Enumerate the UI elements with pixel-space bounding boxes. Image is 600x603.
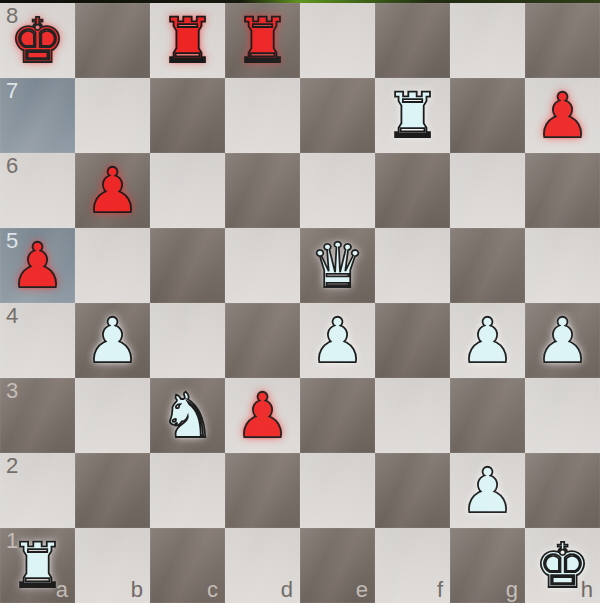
piece-white-knight[interactable]: ♞ <box>150 378 225 453</box>
square-c7[interactable] <box>150 78 225 153</box>
square-f3[interactable] <box>375 378 450 453</box>
square-e6[interactable] <box>300 153 375 228</box>
file-label-c: c <box>207 577 218 603</box>
square-d1[interactable]: d <box>225 528 300 603</box>
square-e7[interactable] <box>300 78 375 153</box>
square-a6[interactable]: 6 <box>0 153 75 228</box>
square-a3[interactable]: 3 <box>0 378 75 453</box>
square-e4[interactable]: ♟ <box>300 303 375 378</box>
square-d2[interactable] <box>225 453 300 528</box>
square-d3[interactable]: ♟ <box>225 378 300 453</box>
square-g2[interactable]: ♟ <box>450 453 525 528</box>
square-f1[interactable]: f <box>375 528 450 603</box>
square-b7[interactable] <box>75 78 150 153</box>
square-f2[interactable] <box>375 453 450 528</box>
square-g1[interactable]: g <box>450 528 525 603</box>
square-b6[interactable]: ♟ <box>75 153 150 228</box>
piece-red-pawn[interactable]: ♟ <box>75 153 150 228</box>
file-label-a: a <box>56 577 68 603</box>
square-a4[interactable]: 4 <box>0 303 75 378</box>
piece-white-pawn[interactable]: ♟ <box>300 303 375 378</box>
square-g5[interactable] <box>450 228 525 303</box>
rank-label-7: 7 <box>6 78 18 104</box>
square-g4[interactable]: ♟ <box>450 303 525 378</box>
square-a5[interactable]: 5♟ <box>0 228 75 303</box>
piece-red-pawn[interactable]: ♟ <box>225 378 300 453</box>
square-h5[interactable] <box>525 228 600 303</box>
square-e1[interactable]: e <box>300 528 375 603</box>
square-d7[interactable] <box>225 78 300 153</box>
square-c6[interactable] <box>150 153 225 228</box>
rank-label-4: 4 <box>6 303 18 329</box>
square-e3[interactable] <box>300 378 375 453</box>
file-label-e: e <box>356 577 368 603</box>
square-c4[interactable] <box>150 303 225 378</box>
square-g3[interactable] <box>450 378 525 453</box>
square-a2[interactable]: 2 <box>0 453 75 528</box>
square-f7[interactable]: ♜ <box>375 78 450 153</box>
square-c8[interactable]: ♜ <box>150 3 225 78</box>
square-e2[interactable] <box>300 453 375 528</box>
square-g6[interactable] <box>450 153 525 228</box>
square-h2[interactable] <box>525 453 600 528</box>
piece-white-pawn[interactable]: ♟ <box>450 303 525 378</box>
piece-white-pawn[interactable]: ♟ <box>525 303 600 378</box>
square-f4[interactable] <box>375 303 450 378</box>
square-h4[interactable]: ♟ <box>525 303 600 378</box>
rank-label-1: 1 <box>6 528 18 554</box>
rank-label-2: 2 <box>6 453 18 479</box>
square-h7[interactable]: ♟ <box>525 78 600 153</box>
square-e5[interactable]: ♛ <box>300 228 375 303</box>
file-label-b: b <box>131 577 143 603</box>
square-b1[interactable]: b <box>75 528 150 603</box>
rank-label-6: 6 <box>6 153 18 179</box>
square-g8[interactable] <box>450 3 525 78</box>
file-label-g: g <box>506 577 518 603</box>
piece-white-pawn[interactable]: ♟ <box>75 303 150 378</box>
rank-label-8: 8 <box>6 3 18 29</box>
square-f8[interactable] <box>375 3 450 78</box>
square-a1[interactable]: 1a♜ <box>0 528 75 603</box>
file-label-d: d <box>281 577 293 603</box>
square-c3[interactable]: ♞ <box>150 378 225 453</box>
piece-red-rook[interactable]: ♜ <box>150 3 225 78</box>
square-d6[interactable] <box>225 153 300 228</box>
square-b8[interactable] <box>75 3 150 78</box>
square-d8[interactable]: ♜ <box>225 3 300 78</box>
square-h6[interactable] <box>525 153 600 228</box>
square-a7[interactable]: 7 <box>0 78 75 153</box>
rank-label-3: 3 <box>6 378 18 404</box>
file-label-h: h <box>581 577 593 603</box>
square-d5[interactable] <box>225 228 300 303</box>
square-h3[interactable] <box>525 378 600 453</box>
square-c5[interactable] <box>150 228 225 303</box>
square-f5[interactable] <box>375 228 450 303</box>
square-b2[interactable] <box>75 453 150 528</box>
square-c2[interactable] <box>150 453 225 528</box>
square-d4[interactable] <box>225 303 300 378</box>
square-f6[interactable] <box>375 153 450 228</box>
square-a8[interactable]: 8♚ <box>0 3 75 78</box>
square-g7[interactable] <box>450 78 525 153</box>
file-label-f: f <box>437 577 443 603</box>
piece-white-queen[interactable]: ♛ <box>300 228 375 303</box>
square-b3[interactable] <box>75 378 150 453</box>
rank-label-5: 5 <box>6 228 18 254</box>
square-c1[interactable]: c <box>150 528 225 603</box>
square-b4[interactable]: ♟ <box>75 303 150 378</box>
piece-red-rook[interactable]: ♜ <box>225 3 300 78</box>
square-b5[interactable] <box>75 228 150 303</box>
chess-board: 8♚♜♜7♜♟6♟5♟♛4♟♟♟♟3♞♟2♟1a♜bcdefgh♚ <box>0 3 600 603</box>
square-h8[interactable] <box>525 3 600 78</box>
piece-white-pawn[interactable]: ♟ <box>450 453 525 528</box>
piece-white-rook[interactable]: ♜ <box>375 78 450 153</box>
square-e8[interactable] <box>300 3 375 78</box>
square-h1[interactable]: h♚ <box>525 528 600 603</box>
piece-red-pawn[interactable]: ♟ <box>525 78 600 153</box>
